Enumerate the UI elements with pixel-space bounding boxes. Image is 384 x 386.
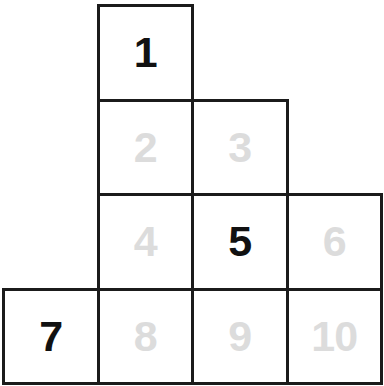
cell-9[interactable]: 9 <box>191 288 289 386</box>
board: 12345678910 <box>0 0 384 386</box>
cell-8[interactable]: 8 <box>97 288 195 386</box>
cell-10[interactable]: 10 <box>286 288 384 386</box>
cell-7[interactable]: 7 <box>2 288 100 386</box>
cell-5[interactable]: 5 <box>191 193 289 291</box>
cell-2[interactable]: 2 <box>97 99 195 197</box>
puzzle-stage: 12345678910 <box>0 0 384 386</box>
cell-6[interactable]: 6 <box>286 193 384 291</box>
cell-1[interactable]: 1 <box>97 4 195 102</box>
cell-3[interactable]: 3 <box>191 99 289 197</box>
cell-4[interactable]: 4 <box>97 193 195 291</box>
